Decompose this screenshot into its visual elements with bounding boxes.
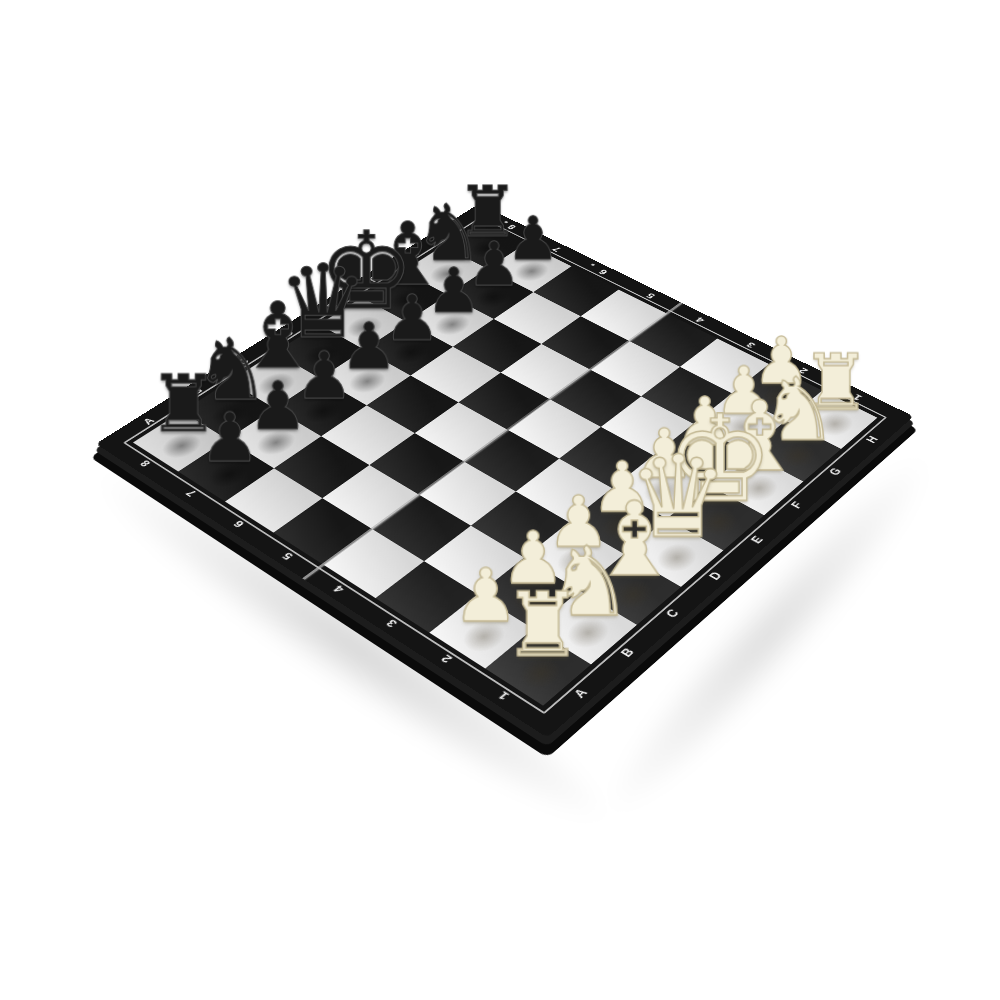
rank-label-right-4: 4 bbox=[693, 316, 707, 325]
pieces-layer: ♜♞♝♛♚♝♞♜♟♟♟♟♟♟♟♟♟♟♟♟♟♟♟♟♜♞♝♛♚♝♞♜ bbox=[133, 221, 878, 705]
white-rook-glyph: ♜ bbox=[466, 580, 619, 669]
black-pawn-glyph: ♟ bbox=[161, 405, 298, 473]
product-photo: AABBCCDDEEFFGGHH1122334455667788 ♜♞♝♛♚♝♞… bbox=[0, 0, 1000, 1000]
rank-label-right-6: 6 bbox=[596, 268, 610, 276]
chessboard: AABBCCDDEEFFGGHH1122334455667788 ♜♞♝♛♚♝♞… bbox=[96, 204, 914, 738]
piece-black-pawn-a7: ♟ bbox=[178, 439, 274, 501]
piece-white-rook-a1: ♜ bbox=[485, 629, 591, 706]
scene: AABBCCDDEEFFGGHH1122334455667788 ♜♞♝♛♚♝♞… bbox=[0, 0, 1000, 1000]
rank-label-right-5: 5 bbox=[644, 291, 658, 300]
